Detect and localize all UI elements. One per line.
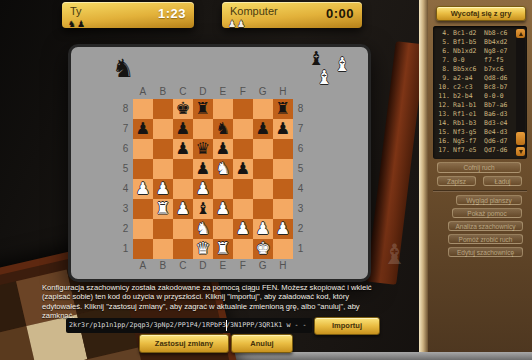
move-list-scrollbar[interactable]	[516, 29, 525, 156]
text-caret	[226, 320, 227, 331]
move-list[interactable]: 4.Bc1-d2Nb8-c65.Bf1-b5Bb4xd26.Nb1xd2Ng8-…	[433, 26, 527, 159]
app-window: ♝ Ty 1:23 ♞♟ Komputer 0:00 ♟♟ Wycofaj si…	[0, 0, 532, 360]
square-c2[interactable]	[173, 219, 193, 239]
square-g2[interactable]: ♟	[253, 219, 273, 239]
square-b6[interactable]	[153, 139, 173, 159]
square-f2[interactable]: ♟	[233, 219, 253, 239]
square-b8[interactable]	[153, 99, 173, 119]
coordinate-label: 6	[293, 139, 308, 159]
white-pawn[interactable]: ♟	[156, 179, 171, 199]
square-a8[interactable]	[133, 99, 153, 119]
white-pawn[interactable]: ♟	[236, 219, 251, 239]
sidebar-tool-button-1[interactable]: Wygląd planszy	[456, 195, 522, 205]
square-f5[interactable]: ♟	[233, 159, 253, 179]
coordinate-label: C	[173, 259, 193, 273]
move-row: 5.Bf1-b5Bb4xd2	[436, 38, 527, 47]
square-g6[interactable]	[253, 139, 273, 159]
computer-time: 0:00	[326, 6, 354, 21]
black-pawn[interactable]: ♟	[176, 139, 191, 159]
square-d4[interactable]: ♟	[193, 179, 213, 199]
coordinate-label: 8	[293, 99, 308, 119]
square-b4[interactable]: ♟	[153, 179, 173, 199]
resign-button[interactable]: Wycofaj się z gry	[436, 6, 526, 21]
coordinate-label: B	[153, 85, 173, 99]
coordinate-label: 3	[293, 199, 308, 219]
square-g4[interactable]	[253, 179, 273, 199]
square-b7[interactable]	[153, 119, 173, 139]
coordinate-label: D	[193, 259, 213, 273]
square-a3[interactable]	[133, 199, 153, 219]
white-pawn[interactable]: ♟	[256, 219, 271, 239]
undo-move-button[interactable]: Cofnij ruch	[437, 162, 521, 173]
white-queen[interactable]: ♛	[196, 239, 211, 259]
square-b5[interactable]	[153, 159, 173, 179]
square-d8[interactable]: ♜	[193, 99, 213, 119]
coordinate-label: 2	[118, 219, 133, 239]
scrollbar-up-icon[interactable]	[516, 29, 525, 38]
square-h6[interactable]	[273, 139, 293, 159]
move-row: 15.Nf3-g5Be4-d3	[436, 128, 527, 137]
square-d2[interactable]: ♞	[193, 219, 213, 239]
scrollbar-down-icon[interactable]	[516, 147, 525, 156]
sidebar-tool-button-5[interactable]: Edytuj szachownicę	[448, 247, 523, 257]
load-button[interactable]: Ładuj	[483, 176, 522, 186]
sidebar-tool-button-3[interactable]: Analiza szachownicy	[448, 221, 523, 231]
square-d6[interactable]: ♛	[193, 139, 213, 159]
sidebar-tool-button-4[interactable]: Pomóż zrobić ruch	[448, 234, 523, 244]
coordinate-label: 2	[293, 219, 308, 239]
black-pawn[interactable]: ♟	[276, 119, 291, 139]
player-name: Ty	[70, 5, 82, 17]
square-h2[interactable]: ♟	[273, 219, 293, 239]
sidebar-divider	[433, 190, 527, 192]
coordinate-label: F	[233, 259, 253, 273]
black-pawn[interactable]: ♟	[236, 159, 251, 179]
square-h8[interactable]: ♜	[273, 99, 293, 119]
move-row: 14.Rb1-b3Bd3-e4	[436, 119, 527, 128]
square-a7[interactable]: ♟	[133, 119, 153, 139]
square-c5[interactable]	[173, 159, 193, 179]
sidebar-edge	[419, 0, 428, 352]
computer-captured-pieces: ♟♟	[228, 19, 246, 29]
black-king[interactable]: ♚	[176, 99, 191, 119]
move-row: 8.Bb5xc6b7xc6	[436, 65, 527, 74]
coordinate-label: A	[133, 85, 153, 99]
fen-input[interactable]: 2kr3r/p1p1n1pp/2pqp3/3pNp2/PP1P4/1RPbP3/…	[66, 318, 312, 333]
black-rook[interactable]: ♜	[276, 99, 291, 119]
square-e4[interactable]	[213, 179, 233, 199]
scene-dim-piece: ♝	[382, 238, 407, 271]
coordinate-label: E	[213, 259, 233, 273]
square-g5[interactable]	[253, 159, 273, 179]
coordinate-label: 8	[118, 99, 133, 119]
spare-white-bishop[interactable]: ♝	[334, 53, 351, 75]
square-c1[interactable]	[173, 239, 193, 259]
dialog-message: Konfiguracja szachownicy została zakodow…	[42, 283, 380, 320]
white-pawn[interactable]: ♟	[136, 179, 151, 199]
save-button[interactable]: Zapisz	[437, 176, 476, 186]
square-e3[interactable]: ♟	[213, 199, 233, 219]
square-h7[interactable]: ♟	[273, 119, 293, 139]
square-d3[interactable]: ♝	[193, 199, 213, 219]
square-f8[interactable]	[233, 99, 253, 119]
black-bishop[interactable]: ♝	[196, 199, 211, 219]
import-button[interactable]: Importuj	[314, 317, 380, 335]
black-rook[interactable]: ♜	[196, 99, 211, 119]
square-d1[interactable]: ♛	[193, 239, 213, 259]
player-time: 1:23	[158, 6, 186, 21]
white-knight[interactable]: ♞	[216, 159, 231, 179]
square-f4[interactable]	[233, 179, 253, 199]
coordinate-label: C	[173, 85, 193, 99]
square-d5[interactable]: ♟	[193, 159, 213, 179]
move-row: 17.Nf7-e5Qd7-d6	[436, 146, 527, 155]
coordinate-label: 4	[293, 179, 308, 199]
black-pawn[interactable]: ♟	[196, 159, 211, 179]
computer-clock-panel: Komputer 0:00 ♟♟	[222, 2, 362, 28]
coordinate-label: F	[233, 85, 253, 99]
coordinate-label: 7	[118, 119, 133, 139]
scrollbar-handle[interactable]	[516, 132, 525, 145]
square-f1[interactable]	[233, 239, 253, 259]
square-a1[interactable]	[133, 239, 153, 259]
white-rook[interactable]: ♜	[156, 199, 171, 219]
black-knight[interactable]: ♞	[216, 119, 231, 139]
coordinate-label: 3	[118, 199, 133, 219]
move-row: 13.Rf1-e1Ba6-d3	[436, 110, 527, 119]
spare-white-bishop[interactable]: ♝	[316, 66, 333, 88]
square-g3[interactable]	[253, 199, 273, 219]
black-pawn[interactable]: ♟	[216, 139, 231, 159]
square-c4[interactable]	[173, 179, 193, 199]
sidebar-tool-button-2[interactable]: Pokaż pomoc	[452, 208, 522, 218]
apply-changes-button[interactable]: Zastosuj zmiany	[139, 334, 229, 353]
square-c6[interactable]: ♟	[173, 139, 193, 159]
square-f7[interactable]	[233, 119, 253, 139]
captured-black-pawn-icon: ♟	[77, 19, 86, 29]
coordinate-label: 1	[118, 239, 133, 259]
square-e8[interactable]	[213, 99, 233, 119]
white-pawn[interactable]: ♟	[276, 219, 291, 239]
coordinate-label: D	[193, 85, 213, 99]
white-rook[interactable]: ♜	[216, 239, 231, 259]
captured-black-knight-icon: ♞	[68, 19, 77, 29]
square-c7[interactable]: ♟	[173, 119, 193, 139]
square-g8[interactable]	[253, 99, 273, 119]
move-row: 4.Bc1-d2Nb8-c6	[436, 29, 527, 38]
move-row: 12.Ra1-b1Bb7-a6	[436, 101, 527, 110]
coordinate-label: B	[153, 259, 173, 273]
square-a2[interactable]	[133, 219, 153, 239]
captured-white-pawn-icon: ♟	[237, 19, 246, 29]
square-h3[interactable]	[273, 199, 293, 219]
square-e6[interactable]: ♟	[213, 139, 233, 159]
square-g7[interactable]: ♟	[253, 119, 273, 139]
square-f3[interactable]	[233, 199, 253, 219]
white-knight[interactable]: ♞	[196, 219, 211, 239]
player-clock-panel: Ty 1:23 ♞♟	[62, 2, 194, 28]
move-row: 7.0-0f7-f5	[436, 56, 527, 65]
coordinate-label: H	[273, 85, 293, 99]
square-e5[interactable]: ♞	[213, 159, 233, 179]
board-editor-dialog: ♞ ♝ ♝ ♝ ABCDEFGH8♚♜♜87♟♟♞♟♟76♟♛♟65♟♞♟54♟…	[68, 44, 371, 282]
square-h1[interactable]	[273, 239, 293, 259]
square-b3[interactable]: ♜	[153, 199, 173, 219]
square-e7[interactable]: ♞	[213, 119, 233, 139]
square-g1[interactable]: ♚	[253, 239, 273, 259]
white-king[interactable]: ♚	[256, 239, 271, 259]
cancel-button[interactable]: Anuluj	[231, 334, 293, 353]
spare-black-knight[interactable]: ♞	[112, 54, 134, 83]
square-f6[interactable]	[233, 139, 253, 159]
square-c3[interactable]: ♟	[173, 199, 193, 219]
coordinate-label: E	[213, 85, 233, 99]
sidebar: Wycofaj się z gry 4.Bc1-d2Nb8-c65.Bf1-b5…	[428, 0, 532, 352]
move-row: 11.b2-b40-0-0	[436, 92, 527, 101]
player-captured-pieces: ♞♟	[68, 19, 86, 29]
move-row: 6.Nb1xd2Ng8-e7	[436, 47, 527, 56]
white-pawn[interactable]: ♟	[196, 179, 211, 199]
captured-white-pawn-icon: ♟	[228, 19, 237, 29]
coordinate-label: A	[133, 259, 153, 273]
square-b2[interactable]	[153, 219, 173, 239]
square-c8[interactable]: ♚	[173, 99, 193, 119]
coordinate-label: H	[273, 259, 293, 273]
square-h5[interactable]	[273, 159, 293, 179]
black-pawn[interactable]: ♟	[176, 119, 191, 139]
square-a6[interactable]	[133, 139, 153, 159]
black-pawn[interactable]: ♟	[136, 119, 151, 139]
coordinate-label: 5	[293, 159, 308, 179]
square-a5[interactable]	[133, 159, 153, 179]
black-pawn[interactable]: ♟	[256, 119, 271, 139]
coordinate-label: 6	[118, 139, 133, 159]
coordinate-label: 5	[118, 159, 133, 179]
move-row: 9.a2-a4Qd8-d6	[436, 74, 527, 83]
white-pawn[interactable]: ♟	[216, 199, 231, 219]
square-d7[interactable]	[193, 119, 213, 139]
square-a4[interactable]: ♟	[133, 179, 153, 199]
square-h4[interactable]	[273, 179, 293, 199]
computer-name: Komputer	[230, 5, 278, 17]
coordinate-label: G	[253, 85, 273, 99]
coordinate-label: 7	[293, 119, 308, 139]
move-row: 16.Ng5-f7Qd6-d7	[436, 137, 527, 146]
coordinate-label: 4	[118, 179, 133, 199]
coordinate-label: G	[253, 259, 273, 273]
black-queen[interactable]: ♛	[196, 139, 211, 159]
coordinate-label: 1	[293, 239, 308, 259]
square-e1[interactable]: ♜	[213, 239, 233, 259]
chess-board: ABCDEFGH8♚♜♜87♟♟♞♟♟76♟♛♟65♟♞♟54♟♟♟43♜♟♝♟…	[118, 85, 308, 273]
square-e2[interactable]	[213, 219, 233, 239]
square-b1[interactable]	[153, 239, 173, 259]
white-pawn[interactable]: ♟	[176, 199, 191, 219]
move-row: 10.c2-c3Bc8-b7	[436, 83, 527, 92]
